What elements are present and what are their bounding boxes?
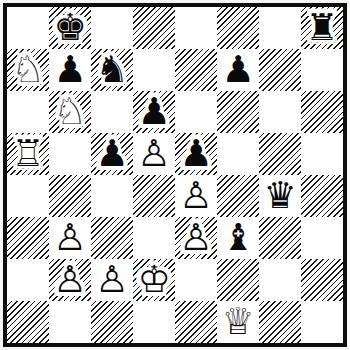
black-pawn-icon: ♟ (217, 49, 259, 91)
square-h5[interactable] (301, 133, 343, 175)
square-a7[interactable]: ♞♘ (7, 49, 49, 91)
square-f4[interactable] (217, 175, 259, 217)
board-frame: ♚♚♜♜♞♘♟♟♞♞♟♟♞♘♟♟♜♖♟♟♟♙♟♟♟♙♛♛♟♙♟♙♝♝♟♙♟♙♚♔… (3, 3, 347, 347)
black-pawn-f7: ♟♟ (217, 49, 259, 91)
square-e1[interactable] (175, 301, 217, 343)
square-h2[interactable] (301, 259, 343, 301)
white-rook-icon: ♖ (7, 133, 49, 175)
white-pawn-icon: ♙ (133, 133, 175, 175)
white-knight-icon: ♘ (49, 91, 91, 133)
square-f6[interactable] (217, 91, 259, 133)
square-b6[interactable]: ♞♘ (49, 91, 91, 133)
white-pawn-e3: ♟♙ (175, 217, 217, 259)
square-f5[interactable] (217, 133, 259, 175)
black-pawn-e5: ♟♟ (175, 133, 217, 175)
white-queen-f1: ♛♕ (217, 301, 259, 343)
square-d3[interactable] (133, 217, 175, 259)
white-pawn-d5: ♟♙ (133, 133, 175, 175)
square-h6[interactable] (301, 91, 343, 133)
white-knight-icon: ♘ (7, 49, 49, 91)
square-g8[interactable] (259, 7, 301, 49)
square-a4[interactable] (7, 175, 49, 217)
square-e2[interactable] (175, 259, 217, 301)
square-e5[interactable]: ♟♟ (175, 133, 217, 175)
black-pawn-d6: ♟♟ (133, 91, 175, 133)
square-c1[interactable] (91, 301, 133, 343)
black-bishop-f3: ♝♝ (217, 217, 259, 259)
square-c7[interactable]: ♞♞ (91, 49, 133, 91)
square-b1[interactable] (49, 301, 91, 343)
square-d6[interactable]: ♟♟ (133, 91, 175, 133)
square-g1[interactable] (259, 301, 301, 343)
white-pawn-icon: ♙ (49, 259, 91, 301)
white-pawn-c2: ♟♙ (91, 259, 133, 301)
white-king-icon: ♔ (133, 259, 175, 301)
square-f1[interactable]: ♛♕ (217, 301, 259, 343)
white-pawn-b2: ♟♙ (49, 259, 91, 301)
square-g4[interactable]: ♛♛ (259, 175, 301, 217)
black-rook-h8: ♜♜ (301, 7, 343, 49)
black-pawn-icon: ♟ (91, 133, 133, 175)
square-a8[interactable] (7, 7, 49, 49)
square-d2[interactable]: ♚♔ (133, 259, 175, 301)
square-e3[interactable]: ♟♙ (175, 217, 217, 259)
white-king-d2: ♚♔ (133, 259, 175, 301)
white-pawn-b3: ♟♙ (49, 217, 91, 259)
square-g7[interactable] (259, 49, 301, 91)
square-f2[interactable] (217, 259, 259, 301)
white-knight-b6: ♞♘ (49, 91, 91, 133)
square-b2[interactable]: ♟♙ (49, 259, 91, 301)
black-pawn-icon: ♟ (175, 133, 217, 175)
square-a5[interactable]: ♜♖ (7, 133, 49, 175)
square-c6[interactable] (91, 91, 133, 133)
black-pawn-c5: ♟♟ (91, 133, 133, 175)
square-d7[interactable] (133, 49, 175, 91)
white-knight-a7: ♞♘ (7, 49, 49, 91)
square-g3[interactable] (259, 217, 301, 259)
square-d4[interactable] (133, 175, 175, 217)
square-e7[interactable] (175, 49, 217, 91)
square-c4[interactable] (91, 175, 133, 217)
square-a6[interactable] (7, 91, 49, 133)
square-b8[interactable]: ♚♚ (49, 7, 91, 49)
square-c2[interactable]: ♟♙ (91, 259, 133, 301)
square-g5[interactable] (259, 133, 301, 175)
square-h3[interactable] (301, 217, 343, 259)
square-a1[interactable] (7, 301, 49, 343)
white-pawn-icon: ♙ (49, 217, 91, 259)
square-e6[interactable] (175, 91, 217, 133)
square-e4[interactable]: ♟♙ (175, 175, 217, 217)
square-h8[interactable]: ♜♜ (301, 7, 343, 49)
square-b7[interactable]: ♟♟ (49, 49, 91, 91)
black-pawn-icon: ♟ (133, 91, 175, 133)
black-pawn-b7: ♟♟ (49, 49, 91, 91)
white-pawn-icon: ♙ (175, 175, 217, 217)
square-f8[interactable] (217, 7, 259, 49)
square-g2[interactable] (259, 259, 301, 301)
square-b5[interactable] (49, 133, 91, 175)
white-pawn-icon: ♙ (175, 217, 217, 259)
black-rook-icon: ♜ (301, 7, 343, 49)
square-h7[interactable] (301, 49, 343, 91)
chess-board: ♚♚♜♜♞♘♟♟♞♞♟♟♞♘♟♟♜♖♟♟♟♙♟♟♟♙♛♛♟♙♟♙♝♝♟♙♟♙♚♔… (7, 7, 343, 343)
square-c3[interactable] (91, 217, 133, 259)
square-a3[interactable] (7, 217, 49, 259)
black-knight-c7: ♞♞ (91, 49, 133, 91)
square-e8[interactable] (175, 7, 217, 49)
square-d8[interactable] (133, 7, 175, 49)
square-c8[interactable] (91, 7, 133, 49)
black-king-b8: ♚♚ (49, 7, 91, 49)
black-pawn-icon: ♟ (49, 49, 91, 91)
square-f7[interactable]: ♟♟ (217, 49, 259, 91)
square-b3[interactable]: ♟♙ (49, 217, 91, 259)
square-d1[interactable] (133, 301, 175, 343)
black-queen-g4: ♛♛ (259, 175, 301, 217)
chess-diagram: ♚♚♜♜♞♘♟♟♞♞♟♟♞♘♟♟♜♖♟♟♟♙♟♟♟♙♛♛♟♙♟♙♝♝♟♙♟♙♚♔… (0, 0, 350, 350)
black-queen-icon: ♛ (259, 175, 301, 217)
white-rook-a5: ♜♖ (7, 133, 49, 175)
square-f3[interactable]: ♝♝ (217, 217, 259, 259)
white-pawn-e4: ♟♙ (175, 175, 217, 217)
square-d5[interactable]: ♟♙ (133, 133, 175, 175)
black-bishop-icon: ♝ (217, 217, 259, 259)
black-knight-icon: ♞ (91, 49, 133, 91)
square-b4[interactable] (49, 175, 91, 217)
square-h1[interactable] (301, 301, 343, 343)
square-h4[interactable] (301, 175, 343, 217)
square-a2[interactable] (7, 259, 49, 301)
square-c5[interactable]: ♟♟ (91, 133, 133, 175)
white-pawn-icon: ♙ (91, 259, 133, 301)
black-king-icon: ♚ (49, 7, 91, 49)
square-g6[interactable] (259, 91, 301, 133)
white-queen-icon: ♕ (217, 301, 259, 343)
